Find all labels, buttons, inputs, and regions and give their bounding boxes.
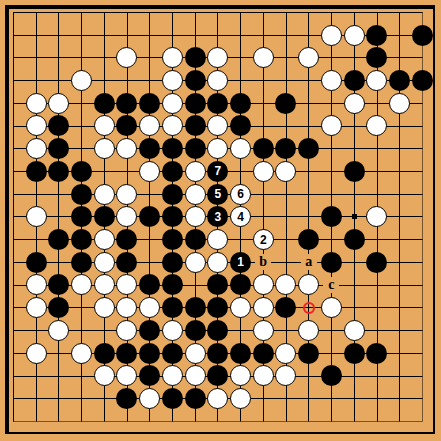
intersection-c4-r1[interactable] — [70, 1, 93, 24]
intersection-c19-r1[interactable] — [411, 1, 434, 24]
intersection-c8-r9[interactable] — [161, 183, 184, 206]
intersection-c15-r2[interactable] — [320, 24, 343, 47]
intersection-c9-r1[interactable] — [184, 1, 207, 24]
intersection-c14-r16[interactable] — [297, 342, 320, 365]
intersection-c8-r19[interactable] — [161, 410, 184, 433]
intersection-c8-r7[interactable] — [161, 137, 184, 160]
intersection-c15-r19[interactable] — [320, 410, 343, 433]
intersection-c17-r18[interactable] — [366, 387, 389, 410]
intersection-c17-r3[interactable] — [366, 46, 389, 69]
intersection-c7-r12[interactable] — [138, 251, 161, 274]
intersection-c16-r15[interactable] — [343, 319, 366, 342]
intersection-c7-r2[interactable] — [138, 24, 161, 47]
intersection-c3-r17[interactable] — [47, 365, 70, 388]
intersection-c1-r5[interactable] — [2, 92, 25, 115]
intersection-c13-r6[interactable] — [275, 115, 298, 138]
intersection-c3-r11[interactable] — [47, 228, 70, 251]
intersection-c10-r3[interactable] — [206, 46, 229, 69]
intersection-c3-r19[interactable] — [47, 410, 70, 433]
intersection-c7-r8[interactable] — [138, 160, 161, 183]
intersection-c10-r15[interactable] — [206, 319, 229, 342]
intersection-c15-r12[interactable] — [320, 251, 343, 274]
intersection-c14-r15[interactable] — [297, 319, 320, 342]
intersection-c14-r7[interactable] — [297, 137, 320, 160]
intersection-c14-r11[interactable] — [297, 228, 320, 251]
intersection-c10-r11[interactable] — [206, 228, 229, 251]
intersection-c2-r13[interactable] — [25, 274, 48, 297]
intersection-c9-r15[interactable] — [184, 319, 207, 342]
intersection-c19-r4[interactable] — [411, 69, 434, 92]
intersection-c15-r10[interactable] — [320, 205, 343, 228]
intersection-c8-r12[interactable] — [161, 251, 184, 274]
intersection-c16-r4[interactable] — [343, 69, 366, 92]
intersection-c16-r8[interactable] — [343, 160, 366, 183]
intersection-c18-r13[interactable] — [388, 274, 411, 297]
intersection-c15-r18[interactable] — [320, 387, 343, 410]
intersection-c16-r14[interactable] — [343, 296, 366, 319]
intersection-c6-r11[interactable] — [116, 228, 139, 251]
intersection-c15-r4[interactable] — [320, 69, 343, 92]
intersection-c14-r2[interactable] — [297, 24, 320, 47]
intersection-c8-r5[interactable] — [161, 92, 184, 115]
intersection-c17-r10[interactable] — [366, 205, 389, 228]
intersection-c14-r3[interactable] — [297, 46, 320, 69]
intersection-c19-r3[interactable] — [411, 46, 434, 69]
intersection-c11-r14[interactable] — [229, 296, 252, 319]
intersection-c1-r16[interactable] — [2, 342, 25, 365]
intersection-c19-r17[interactable] — [411, 365, 434, 388]
intersection-c10-r4[interactable] — [206, 69, 229, 92]
intersection-c17-r14[interactable] — [366, 296, 389, 319]
intersection-c11-r18[interactable] — [229, 387, 252, 410]
intersection-c7-r15[interactable] — [138, 319, 161, 342]
intersection-c6-r3[interactable] — [116, 46, 139, 69]
intersection-c5-r16[interactable] — [93, 342, 116, 365]
intersection-c9-r11[interactable] — [184, 228, 207, 251]
intersection-c17-r19[interactable] — [366, 410, 389, 433]
intersection-c3-r12[interactable] — [47, 251, 70, 274]
intersection-c8-r18[interactable] — [161, 387, 184, 410]
intersection-c15-r3[interactable] — [320, 46, 343, 69]
intersection-c6-r7[interactable] — [116, 137, 139, 160]
intersection-c15-r16[interactable] — [320, 342, 343, 365]
intersection-c18-r16[interactable] — [388, 342, 411, 365]
intersection-c12-r15[interactable] — [252, 319, 275, 342]
intersection-c8-r16[interactable] — [161, 342, 184, 365]
intersection-c16-r1[interactable] — [343, 1, 366, 24]
intersection-c5-r5[interactable] — [93, 92, 116, 115]
intersection-c6-r12[interactable] — [116, 251, 139, 274]
intersection-c6-r6[interactable] — [116, 115, 139, 138]
intersection-c19-r16[interactable] — [411, 342, 434, 365]
intersection-c12-r7[interactable] — [252, 137, 275, 160]
intersection-c9-r6[interactable] — [184, 115, 207, 138]
intersection-c14-r5[interactable] — [297, 92, 320, 115]
intersection-c11-r5[interactable] — [229, 92, 252, 115]
intersection-c16-r11[interactable] — [343, 228, 366, 251]
intersection-c9-r12[interactable] — [184, 251, 207, 274]
intersection-c3-r10[interactable] — [47, 205, 70, 228]
intersection-c11-r16[interactable] — [229, 342, 252, 365]
intersection-c7-r5[interactable] — [138, 92, 161, 115]
intersection-c12-r11[interactable]: 2 — [252, 228, 275, 251]
intersection-c4-r3[interactable] — [70, 46, 93, 69]
intersection-c11-r15[interactable] — [229, 319, 252, 342]
intersection-c4-r7[interactable] — [70, 137, 93, 160]
intersection-c3-r5[interactable] — [47, 92, 70, 115]
intersection-c10-r14[interactable] — [206, 296, 229, 319]
intersection-c18-r12[interactable] — [388, 251, 411, 274]
intersection-c13-r2[interactable] — [275, 24, 298, 47]
intersection-c8-r4[interactable] — [161, 69, 184, 92]
intersection-c3-r1[interactable] — [47, 1, 70, 24]
intersection-c13-r3[interactable] — [275, 46, 298, 69]
intersection-c19-r7[interactable] — [411, 137, 434, 160]
intersection-c12-r3[interactable] — [252, 46, 275, 69]
intersection-c1-r11[interactable] — [2, 228, 25, 251]
intersection-c2-r1[interactable] — [25, 1, 48, 24]
intersection-c6-r10[interactable] — [116, 205, 139, 228]
intersection-c9-r2[interactable] — [184, 24, 207, 47]
intersection-c17-r16[interactable] — [366, 342, 389, 365]
intersection-c3-r4[interactable] — [47, 69, 70, 92]
intersection-c1-r1[interactable] — [2, 1, 25, 24]
intersection-c8-r14[interactable] — [161, 296, 184, 319]
intersection-c9-r19[interactable] — [184, 410, 207, 433]
intersection-c13-r18[interactable] — [275, 387, 298, 410]
intersection-c9-r17[interactable] — [184, 365, 207, 388]
intersection-c11-r4[interactable] — [229, 69, 252, 92]
intersection-c5-r6[interactable] — [93, 115, 116, 138]
intersection-c13-r17[interactable] — [275, 365, 298, 388]
intersection-c7-r17[interactable] — [138, 365, 161, 388]
intersection-c12-r16[interactable] — [252, 342, 275, 365]
intersection-c5-r14[interactable] — [93, 296, 116, 319]
intersection-c10-r9[interactable]: 5 — [206, 183, 229, 206]
intersection-c19-r15[interactable] — [411, 319, 434, 342]
intersection-c16-r13[interactable] — [343, 274, 366, 297]
intersection-c9-r13[interactable] — [184, 274, 207, 297]
intersection-c8-r10[interactable] — [161, 205, 184, 228]
intersection-c12-r2[interactable] — [252, 24, 275, 47]
intersection-c9-r3[interactable] — [184, 46, 207, 69]
intersection-c4-r6[interactable] — [70, 115, 93, 138]
intersection-c12-r17[interactable] — [252, 365, 275, 388]
intersection-c13-r8[interactable] — [275, 160, 298, 183]
intersection-c8-r17[interactable] — [161, 365, 184, 388]
intersection-c14-r4[interactable] — [297, 69, 320, 92]
intersection-c19-r19[interactable] — [411, 410, 434, 433]
intersection-c10-r8[interactable]: 7 — [206, 160, 229, 183]
intersection-c19-r5[interactable] — [411, 92, 434, 115]
intersection-c15-r14[interactable] — [320, 296, 343, 319]
intersection-c13-r4[interactable] — [275, 69, 298, 92]
intersection-c3-r6[interactable] — [47, 115, 70, 138]
intersection-c12-r18[interactable] — [252, 387, 275, 410]
intersection-c1-r3[interactable] — [2, 46, 25, 69]
intersection-c10-r13[interactable] — [206, 274, 229, 297]
intersection-c11-r12[interactable]: 1 — [229, 251, 252, 274]
intersection-c17-r15[interactable] — [366, 319, 389, 342]
intersection-c2-r5[interactable] — [25, 92, 48, 115]
intersection-c17-r9[interactable] — [366, 183, 389, 206]
intersection-c12-r5[interactable] — [252, 92, 275, 115]
intersection-c18-r11[interactable] — [388, 228, 411, 251]
intersection-c9-r10[interactable] — [184, 205, 207, 228]
intersection-c2-r4[interactable] — [25, 69, 48, 92]
intersection-c13-r9[interactable] — [275, 183, 298, 206]
intersection-c11-r19[interactable] — [229, 410, 252, 433]
intersection-c2-r10[interactable] — [25, 205, 48, 228]
intersection-c7-r9[interactable] — [138, 183, 161, 206]
intersection-c18-r3[interactable] — [388, 46, 411, 69]
intersection-c5-r4[interactable] — [93, 69, 116, 92]
intersection-c17-r11[interactable] — [366, 228, 389, 251]
intersection-c7-r19[interactable] — [138, 410, 161, 433]
intersection-c12-r4[interactable] — [252, 69, 275, 92]
intersection-c14-r8[interactable] — [297, 160, 320, 183]
intersection-c18-r6[interactable] — [388, 115, 411, 138]
intersection-c12-r10[interactable] — [252, 205, 275, 228]
intersection-c16-r10[interactable] — [343, 205, 366, 228]
intersection-c10-r12[interactable] — [206, 251, 229, 274]
intersection-c18-r8[interactable] — [388, 160, 411, 183]
intersection-c15-r11[interactable] — [320, 228, 343, 251]
intersection-c18-r5[interactable] — [388, 92, 411, 115]
intersection-c1-r15[interactable] — [2, 319, 25, 342]
intersection-c3-r16[interactable] — [47, 342, 70, 365]
intersection-c3-r18[interactable] — [47, 387, 70, 410]
intersection-c7-r4[interactable] — [138, 69, 161, 92]
intersection-c3-r3[interactable] — [47, 46, 70, 69]
intersection-c17-r2[interactable] — [366, 24, 389, 47]
intersection-c12-r9[interactable] — [252, 183, 275, 206]
intersection-c10-r10[interactable]: 3 — [206, 205, 229, 228]
intersection-c14-r14[interactable] — [297, 296, 320, 319]
intersection-c18-r2[interactable] — [388, 24, 411, 47]
intersection-c2-r14[interactable] — [25, 296, 48, 319]
intersection-c14-r12[interactable]: a — [297, 251, 320, 274]
intersection-c8-r3[interactable] — [161, 46, 184, 69]
intersection-c11-r11[interactable] — [229, 228, 252, 251]
intersection-c14-r1[interactable] — [297, 1, 320, 24]
intersection-c13-r19[interactable] — [275, 410, 298, 433]
intersection-c9-r14[interactable] — [184, 296, 207, 319]
intersection-c5-r15[interactable] — [93, 319, 116, 342]
intersection-c9-r16[interactable] — [184, 342, 207, 365]
intersection-c3-r15[interactable] — [47, 319, 70, 342]
intersection-c5-r13[interactable] — [93, 274, 116, 297]
intersection-c17-r1[interactable] — [366, 1, 389, 24]
intersection-c7-r13[interactable] — [138, 274, 161, 297]
intersection-c12-r19[interactable] — [252, 410, 275, 433]
intersection-c5-r19[interactable] — [93, 410, 116, 433]
intersection-c3-r13[interactable] — [47, 274, 70, 297]
intersection-c1-r9[interactable] — [2, 183, 25, 206]
intersection-c5-r17[interactable] — [93, 365, 116, 388]
intersection-c14-r17[interactable] — [297, 365, 320, 388]
intersection-c11-r2[interactable] — [229, 24, 252, 47]
intersection-c6-r15[interactable] — [116, 319, 139, 342]
intersection-c7-r16[interactable] — [138, 342, 161, 365]
intersection-c15-r13[interactable]: c — [320, 274, 343, 297]
intersection-c4-r13[interactable] — [70, 274, 93, 297]
intersection-c16-r7[interactable] — [343, 137, 366, 160]
intersection-c12-r8[interactable] — [252, 160, 275, 183]
intersection-c1-r18[interactable] — [2, 387, 25, 410]
intersection-c1-r6[interactable] — [2, 115, 25, 138]
intersection-c2-r9[interactable] — [25, 183, 48, 206]
intersection-c15-r17[interactable] — [320, 365, 343, 388]
intersection-c2-r19[interactable] — [25, 410, 48, 433]
intersection-c5-r8[interactable] — [93, 160, 116, 183]
intersection-c6-r18[interactable] — [116, 387, 139, 410]
intersection-c5-r18[interactable] — [93, 387, 116, 410]
intersection-c14-r9[interactable] — [297, 183, 320, 206]
intersection-c5-r12[interactable] — [93, 251, 116, 274]
intersection-c6-r5[interactable] — [116, 92, 139, 115]
intersection-c17-r6[interactable] — [366, 115, 389, 138]
intersection-c7-r14[interactable] — [138, 296, 161, 319]
intersection-c1-r14[interactable] — [2, 296, 25, 319]
intersection-c10-r7[interactable] — [206, 137, 229, 160]
intersection-c6-r1[interactable] — [116, 1, 139, 24]
intersection-c2-r2[interactable] — [25, 24, 48, 47]
intersection-c6-r9[interactable] — [116, 183, 139, 206]
intersection-c17-r17[interactable] — [366, 365, 389, 388]
intersection-c4-r18[interactable] — [70, 387, 93, 410]
intersection-c11-r3[interactable] — [229, 46, 252, 69]
intersection-c2-r6[interactable] — [25, 115, 48, 138]
intersection-c4-r17[interactable] — [70, 365, 93, 388]
intersection-c18-r19[interactable] — [388, 410, 411, 433]
intersection-c10-r1[interactable] — [206, 1, 229, 24]
intersection-c1-r7[interactable] — [2, 137, 25, 160]
intersection-c8-r11[interactable] — [161, 228, 184, 251]
intersection-c5-r1[interactable] — [93, 1, 116, 24]
intersection-c16-r18[interactable] — [343, 387, 366, 410]
intersection-c18-r15[interactable] — [388, 319, 411, 342]
intersection-c16-r19[interactable] — [343, 410, 366, 433]
intersection-c18-r7[interactable] — [388, 137, 411, 160]
intersection-c8-r8[interactable] — [161, 160, 184, 183]
intersection-c4-r10[interactable] — [70, 205, 93, 228]
intersection-c17-r4[interactable] — [366, 69, 389, 92]
intersection-c16-r6[interactable] — [343, 115, 366, 138]
intersection-c7-r18[interactable] — [138, 387, 161, 410]
intersection-c4-r15[interactable] — [70, 319, 93, 342]
intersection-c14-r10[interactable] — [297, 205, 320, 228]
intersection-c19-r18[interactable] — [411, 387, 434, 410]
intersection-c7-r7[interactable] — [138, 137, 161, 160]
intersection-c15-r15[interactable] — [320, 319, 343, 342]
intersection-c11-r10[interactable]: 4 — [229, 205, 252, 228]
intersection-c12-r12[interactable]: b — [252, 251, 275, 274]
intersection-c1-r2[interactable] — [2, 24, 25, 47]
intersection-c9-r9[interactable] — [184, 183, 207, 206]
intersection-c10-r18[interactable] — [206, 387, 229, 410]
intersection-c14-r18[interactable] — [297, 387, 320, 410]
intersection-c10-r17[interactable] — [206, 365, 229, 388]
intersection-c9-r5[interactable] — [184, 92, 207, 115]
intersection-c3-r2[interactable] — [47, 24, 70, 47]
intersection-c7-r3[interactable] — [138, 46, 161, 69]
intersection-c13-r11[interactable] — [275, 228, 298, 251]
intersection-c5-r7[interactable] — [93, 137, 116, 160]
intersection-c5-r10[interactable] — [93, 205, 116, 228]
intersection-c17-r7[interactable] — [366, 137, 389, 160]
intersection-c5-r11[interactable] — [93, 228, 116, 251]
intersection-c19-r14[interactable] — [411, 296, 434, 319]
intersection-c11-r1[interactable] — [229, 1, 252, 24]
intersection-c2-r17[interactable] — [25, 365, 48, 388]
intersection-c3-r8[interactable] — [47, 160, 70, 183]
intersection-c2-r12[interactable] — [25, 251, 48, 274]
intersection-c16-r12[interactable] — [343, 251, 366, 274]
intersection-c13-r14[interactable] — [275, 296, 298, 319]
intersection-c11-r13[interactable] — [229, 274, 252, 297]
intersection-c12-r14[interactable] — [252, 296, 275, 319]
intersection-c1-r12[interactable] — [2, 251, 25, 274]
intersection-c12-r6[interactable] — [252, 115, 275, 138]
intersection-c7-r6[interactable] — [138, 115, 161, 138]
intersection-c10-r16[interactable] — [206, 342, 229, 365]
intersection-c12-r1[interactable] — [252, 1, 275, 24]
intersection-c15-r6[interactable] — [320, 115, 343, 138]
intersection-c11-r17[interactable] — [229, 365, 252, 388]
intersection-c6-r2[interactable] — [116, 24, 139, 47]
intersection-c11-r9[interactable]: 6 — [229, 183, 252, 206]
intersection-c1-r10[interactable] — [2, 205, 25, 228]
intersection-c6-r16[interactable] — [116, 342, 139, 365]
intersection-c15-r8[interactable] — [320, 160, 343, 183]
intersection-c11-r7[interactable] — [229, 137, 252, 160]
intersection-c7-r11[interactable] — [138, 228, 161, 251]
intersection-c19-r6[interactable] — [411, 115, 434, 138]
intersection-c5-r3[interactable] — [93, 46, 116, 69]
intersection-c18-r18[interactable] — [388, 387, 411, 410]
intersection-c19-r12[interactable] — [411, 251, 434, 274]
intersection-c19-r10[interactable] — [411, 205, 434, 228]
intersection-c4-r4[interactable] — [70, 69, 93, 92]
intersection-c2-r8[interactable] — [25, 160, 48, 183]
intersection-c11-r8[interactable] — [229, 160, 252, 183]
intersection-c6-r4[interactable] — [116, 69, 139, 92]
intersection-c19-r2[interactable] — [411, 24, 434, 47]
intersection-c14-r13[interactable] — [297, 274, 320, 297]
intersection-c11-r6[interactable] — [229, 115, 252, 138]
intersection-c19-r11[interactable] — [411, 228, 434, 251]
intersection-c5-r9[interactable] — [93, 183, 116, 206]
intersection-c8-r13[interactable] — [161, 274, 184, 297]
intersection-c16-r2[interactable] — [343, 24, 366, 47]
intersection-c6-r19[interactable] — [116, 410, 139, 433]
intersection-c13-r13[interactable] — [275, 274, 298, 297]
intersection-c6-r8[interactable] — [116, 160, 139, 183]
intersection-c19-r9[interactable] — [411, 183, 434, 206]
intersection-c16-r3[interactable] — [343, 46, 366, 69]
intersection-c4-r14[interactable] — [70, 296, 93, 319]
intersection-c18-r14[interactable] — [388, 296, 411, 319]
intersection-c15-r7[interactable] — [320, 137, 343, 160]
intersection-c2-r11[interactable] — [25, 228, 48, 251]
intersection-c13-r7[interactable] — [275, 137, 298, 160]
intersection-c10-r2[interactable] — [206, 24, 229, 47]
intersection-c8-r6[interactable] — [161, 115, 184, 138]
intersection-c18-r10[interactable] — [388, 205, 411, 228]
intersection-c4-r8[interactable] — [70, 160, 93, 183]
intersection-c17-r5[interactable] — [366, 92, 389, 115]
